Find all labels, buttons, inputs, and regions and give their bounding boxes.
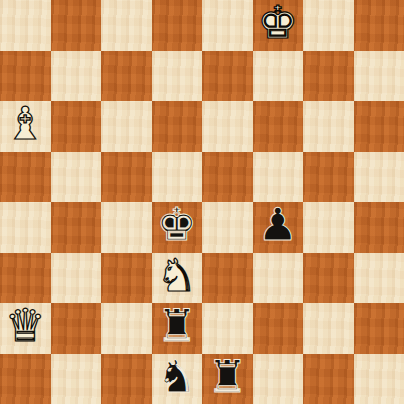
square-b7[interactable] — [51, 51, 102, 102]
square-d2[interactable]: ♜ — [152, 303, 203, 354]
square-f2[interactable] — [253, 303, 304, 354]
square-b3[interactable] — [51, 253, 102, 304]
piece-white-queen[interactable]: ♛ — [5, 301, 45, 352]
square-g5[interactable] — [303, 152, 354, 203]
square-a1[interactable] — [0, 354, 51, 404]
square-d8[interactable] — [152, 0, 203, 51]
square-c6[interactable] — [101, 101, 152, 152]
square-c5[interactable] — [101, 152, 152, 203]
square-a2[interactable]: ♛ — [0, 303, 51, 354]
square-d7[interactable] — [152, 51, 203, 102]
square-e2[interactable] — [202, 303, 253, 354]
square-e6[interactable] — [202, 101, 253, 152]
piece-white-bishop[interactable]: ♝ — [5, 99, 45, 150]
square-c3[interactable] — [101, 253, 152, 304]
square-b1[interactable] — [51, 354, 102, 404]
square-d3[interactable]: ♞ — [152, 253, 203, 304]
square-b8[interactable] — [51, 0, 102, 51]
square-h4[interactable] — [354, 202, 404, 253]
square-e7[interactable] — [202, 51, 253, 102]
square-b5[interactable] — [51, 152, 102, 203]
square-c4[interactable] — [101, 202, 152, 253]
square-g3[interactable] — [303, 253, 354, 304]
square-a7[interactable] — [0, 51, 51, 102]
square-h6[interactable] — [354, 101, 404, 152]
square-a4[interactable] — [0, 202, 51, 253]
square-g8[interactable] — [303, 0, 354, 51]
square-d5[interactable] — [152, 152, 203, 203]
piece-white-knight[interactable]: ♞ — [157, 251, 197, 302]
square-c2[interactable] — [101, 303, 152, 354]
square-h5[interactable] — [354, 152, 404, 203]
piece-black-rook[interactable]: ♜ — [207, 352, 247, 403]
square-e1[interactable]: ♜ — [202, 354, 253, 404]
square-a3[interactable] — [0, 253, 51, 304]
piece-black-pawn[interactable]: ♟ — [258, 200, 298, 251]
square-f4[interactable]: ♟ — [253, 202, 304, 253]
square-h2[interactable] — [354, 303, 404, 354]
square-h8[interactable] — [354, 0, 404, 51]
square-a8[interactable] — [0, 0, 51, 51]
piece-black-rook[interactable]: ♜ — [157, 301, 197, 352]
square-f1[interactable] — [253, 354, 304, 404]
piece-black-king[interactable]: ♚ — [157, 200, 197, 251]
square-f8[interactable]: ♚ — [253, 0, 304, 51]
square-f6[interactable] — [253, 101, 304, 152]
square-h3[interactable] — [354, 253, 404, 304]
square-g1[interactable] — [303, 354, 354, 404]
piece-white-king[interactable]: ♚ — [258, 0, 298, 49]
square-d4[interactable]: ♚ — [152, 202, 203, 253]
square-g2[interactable] — [303, 303, 354, 354]
square-e4[interactable] — [202, 202, 253, 253]
square-b2[interactable] — [51, 303, 102, 354]
square-g7[interactable] — [303, 51, 354, 102]
square-d1[interactable]: ♞ — [152, 354, 203, 404]
square-f5[interactable] — [253, 152, 304, 203]
square-f3[interactable] — [253, 253, 304, 304]
square-h1[interactable] — [354, 354, 404, 404]
square-c8[interactable] — [101, 0, 152, 51]
square-d6[interactable] — [152, 101, 203, 152]
square-c7[interactable] — [101, 51, 152, 102]
piece-black-knight[interactable]: ♞ — [157, 352, 197, 403]
square-e5[interactable] — [202, 152, 253, 203]
square-e3[interactable] — [202, 253, 253, 304]
square-c1[interactable] — [101, 354, 152, 404]
square-g6[interactable] — [303, 101, 354, 152]
square-g4[interactable] — [303, 202, 354, 253]
square-e8[interactable] — [202, 0, 253, 51]
chess-board: ♚♝♚♟♞♛♜♞♜ — [0, 0, 404, 404]
square-b6[interactable] — [51, 101, 102, 152]
square-f7[interactable] — [253, 51, 304, 102]
square-h7[interactable] — [354, 51, 404, 102]
square-a6[interactable]: ♝ — [0, 101, 51, 152]
square-a5[interactable] — [0, 152, 51, 203]
square-b4[interactable] — [51, 202, 102, 253]
